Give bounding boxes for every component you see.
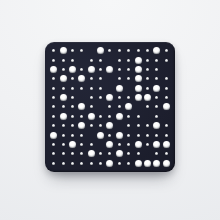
small-dot-icon	[137, 152, 140, 155]
small-dot-icon	[118, 49, 121, 52]
large-dot-icon	[135, 141, 142, 148]
large-dot-icon	[78, 122, 85, 129]
grid-cell-r4c4	[87, 84, 96, 93]
small-dot-icon	[80, 49, 83, 52]
small-dot-icon	[127, 68, 130, 71]
grid-cell-r8c1	[58, 121, 67, 130]
grid-cell-r12c8	[124, 159, 133, 168]
grid-cell-r2c0	[49, 65, 58, 74]
small-dot-icon	[71, 162, 74, 165]
grid-cell-r4c3	[77, 84, 86, 93]
small-dot-icon	[137, 49, 140, 52]
grid-cell-r9c3	[77, 130, 86, 139]
small-dot-icon	[127, 115, 130, 118]
grid-cell-r6c12	[162, 102, 171, 111]
large-dot-icon	[116, 113, 123, 120]
grid-cell-r12c4	[87, 159, 96, 168]
grid-cell-r2c6	[105, 65, 114, 74]
small-dot-icon	[146, 134, 149, 137]
grid-cell-r3c10	[143, 74, 152, 83]
grid-cell-r11c7	[115, 149, 124, 158]
grid-cell-r9c8	[124, 130, 133, 139]
grid-cell-r10c4	[87, 140, 96, 149]
grid-cell-r3c4	[87, 74, 96, 83]
grid-cell-r4c10	[143, 84, 152, 93]
grid-cell-r1c3	[77, 55, 86, 64]
grid-cell-r11c12	[162, 149, 171, 158]
small-dot-icon	[137, 115, 140, 118]
large-dot-icon	[88, 66, 95, 73]
small-dot-icon	[137, 124, 140, 127]
small-dot-icon	[165, 59, 168, 62]
grid-cell-r2c2	[68, 65, 77, 74]
large-dot-icon	[135, 85, 142, 92]
grid-cell-r4c8	[124, 84, 133, 93]
small-dot-icon	[52, 115, 55, 118]
large-dot-icon	[153, 47, 160, 54]
grid-cell-r0c9	[133, 46, 142, 55]
grid-cell-r7c9	[133, 112, 142, 121]
grid-cell-r10c10	[143, 140, 152, 149]
small-dot-icon	[127, 49, 130, 52]
grid-cell-r6c8	[124, 102, 133, 111]
small-dot-icon	[52, 124, 55, 127]
grid-cell-r0c11	[152, 46, 161, 55]
grid-cell-r12c6	[105, 159, 114, 168]
grid-cell-r2c10	[143, 65, 152, 74]
grid-cell-r5c5	[96, 93, 105, 102]
small-dot-icon	[52, 162, 55, 165]
grid-cell-r4c11	[152, 84, 161, 93]
small-dot-icon	[80, 68, 83, 71]
grid-cell-r2c12	[162, 65, 171, 74]
grid-cell-r1c7	[115, 55, 124, 64]
small-dot-icon	[146, 143, 149, 146]
small-dot-icon	[155, 152, 158, 155]
grid-cell-r9c0	[49, 130, 58, 139]
grid-cell-r4c9	[133, 84, 142, 93]
grid-cell-r12c11	[152, 159, 161, 168]
grid-cell-r2c7	[115, 65, 124, 74]
grid-cell-r10c9	[133, 140, 142, 149]
grid-cell-r1c9	[133, 55, 142, 64]
large-dot-icon	[88, 150, 95, 157]
grid-cell-r11c10	[143, 149, 152, 158]
grid-cell-r9c1	[58, 130, 67, 139]
small-dot-icon	[118, 162, 121, 165]
small-dot-icon	[80, 143, 83, 146]
grid-cell-r0c12	[162, 46, 171, 55]
large-dot-icon	[116, 85, 123, 92]
grid-cell-r0c0	[49, 46, 58, 55]
small-dot-icon	[90, 59, 93, 62]
small-dot-icon	[108, 134, 111, 137]
large-dot-icon	[69, 141, 76, 148]
grid-cell-r6c2	[68, 102, 77, 111]
grid-cell-r5c0	[49, 93, 58, 102]
grid-cell-r8c0	[49, 121, 58, 130]
grid-cell-r7c4	[87, 112, 96, 121]
small-dot-icon	[165, 96, 168, 99]
grid-cell-r11c0	[49, 149, 58, 158]
grid-cell-r6c6	[105, 102, 114, 111]
grid-cell-r5c7	[115, 93, 124, 102]
grid-cell-r2c11	[152, 65, 161, 74]
grid-cell-r1c0	[49, 55, 58, 64]
grid-cell-r11c5	[96, 149, 105, 158]
large-dot-icon	[135, 75, 142, 82]
grid-cell-r9c4	[87, 130, 96, 139]
small-dot-icon	[71, 152, 74, 155]
small-dot-icon	[108, 105, 111, 108]
small-dot-icon	[127, 152, 130, 155]
small-dot-icon	[62, 105, 65, 108]
grid-cell-r8c8	[124, 121, 133, 130]
grid-cell-r3c3	[77, 74, 86, 83]
small-dot-icon	[62, 124, 65, 127]
grid-cell-r12c9	[133, 159, 142, 168]
grid-cell-r1c6	[105, 55, 114, 64]
small-dot-icon	[165, 87, 168, 90]
small-dot-icon	[62, 134, 65, 137]
small-dot-icon	[155, 105, 158, 108]
small-dot-icon	[62, 59, 65, 62]
grid-cell-r9c11	[152, 130, 161, 139]
large-dot-icon	[153, 122, 160, 129]
grid-cell-r2c1	[58, 65, 67, 74]
small-dot-icon	[99, 162, 102, 165]
grid-cell-r3c7	[115, 74, 124, 83]
large-dot-icon	[153, 141, 160, 148]
grid-cell-r5c11	[152, 93, 161, 102]
small-dot-icon	[52, 77, 55, 80]
grid-cell-r3c5	[96, 74, 105, 83]
grid-cell-r11c6	[105, 149, 114, 158]
grid-cell-r0c3	[77, 46, 86, 55]
grid-cell-r7c7	[115, 112, 124, 121]
small-dot-icon	[71, 134, 74, 137]
grid-cell-r0c5	[96, 46, 105, 55]
grid-cell-r0c2	[68, 46, 77, 55]
grid-cell-r10c12	[162, 140, 171, 149]
grid-cell-r5c1	[58, 93, 67, 102]
small-dot-icon	[146, 49, 149, 52]
small-dot-icon	[90, 105, 93, 108]
grid-cell-r10c3	[77, 140, 86, 149]
small-dot-icon	[52, 143, 55, 146]
grid-cell-r12c3	[77, 159, 86, 168]
large-dot-icon	[135, 66, 142, 73]
grid-cell-r11c4	[87, 149, 96, 158]
grid-cell-r10c7	[115, 140, 124, 149]
small-dot-icon	[62, 143, 65, 146]
large-dot-icon	[50, 132, 57, 139]
grid-cell-r2c9	[133, 65, 142, 74]
grid-cell-r3c1	[58, 74, 67, 83]
grid-cell-r7c11	[152, 112, 161, 121]
dot-board	[45, 42, 175, 172]
grid-cell-r12c0	[49, 159, 58, 168]
grid-cell-r5c6	[105, 93, 114, 102]
grid-cell-r4c0	[49, 84, 58, 93]
grid-cell-r1c8	[124, 55, 133, 64]
small-dot-icon	[99, 124, 102, 127]
small-dot-icon	[99, 115, 102, 118]
small-dot-icon	[62, 68, 65, 71]
small-dot-icon	[80, 162, 83, 165]
grid-cell-r7c5	[96, 112, 105, 121]
large-dot-icon	[144, 94, 151, 101]
small-dot-icon	[108, 49, 111, 52]
grid-cell-r9c2	[68, 130, 77, 139]
grid-cell-r9c10	[143, 130, 152, 139]
small-dot-icon	[118, 143, 121, 146]
large-dot-icon	[153, 85, 160, 92]
large-dot-icon	[78, 75, 85, 82]
grid-cell-r7c10	[143, 112, 152, 121]
grid-cell-r6c0	[49, 102, 58, 111]
grid-cell-r2c8	[124, 65, 133, 74]
small-dot-icon	[90, 162, 93, 165]
large-dot-icon	[106, 66, 113, 73]
large-dot-icon	[125, 103, 132, 110]
grid-cell-r11c1	[58, 149, 67, 158]
small-dot-icon	[90, 124, 93, 127]
small-dot-icon	[90, 87, 93, 90]
grid-cell-r12c7	[115, 159, 124, 168]
large-dot-icon	[135, 57, 142, 64]
grid-cell-r5c10	[143, 93, 152, 102]
small-dot-icon	[52, 152, 55, 155]
small-dot-icon	[155, 96, 158, 99]
grid-cell-r0c4	[87, 46, 96, 55]
grid-cell-r8c11	[152, 121, 161, 130]
small-dot-icon	[62, 87, 65, 90]
large-dot-icon	[116, 132, 123, 139]
large-dot-icon	[116, 150, 123, 157]
grid-cell-r6c3	[77, 102, 86, 111]
small-dot-icon	[52, 59, 55, 62]
small-dot-icon	[155, 134, 158, 137]
large-dot-icon	[106, 122, 113, 129]
small-dot-icon	[71, 49, 74, 52]
grid-cell-r6c10	[143, 102, 152, 111]
grid-cell-r5c3	[77, 93, 86, 102]
grid-cell-r9c6	[105, 130, 114, 139]
large-dot-icon	[69, 66, 76, 73]
small-dot-icon	[99, 87, 102, 90]
large-dot-icon	[97, 47, 104, 54]
small-dot-icon	[155, 115, 158, 118]
grid-cell-r1c10	[143, 55, 152, 64]
large-dot-icon	[106, 141, 113, 148]
small-dot-icon	[118, 59, 121, 62]
small-dot-icon	[71, 59, 74, 62]
large-dot-icon	[97, 132, 104, 139]
grid-cell-r9c5	[96, 130, 105, 139]
grid-cell-r12c1	[58, 159, 67, 168]
grid-cell-r12c2	[68, 159, 77, 168]
grid-cell-r11c9	[133, 149, 142, 158]
large-dot-icon	[78, 103, 85, 110]
grid-cell-r3c2	[68, 74, 77, 83]
small-dot-icon	[80, 134, 83, 137]
small-dot-icon	[52, 87, 55, 90]
small-dot-icon	[127, 96, 130, 99]
small-dot-icon	[127, 77, 130, 80]
large-dot-icon	[60, 113, 67, 120]
grid-cell-r8c4	[87, 121, 96, 130]
grid-cell-r10c11	[152, 140, 161, 149]
small-dot-icon	[118, 105, 121, 108]
grid-cell-r6c5	[96, 102, 105, 111]
small-dot-icon	[90, 96, 93, 99]
large-dot-icon	[144, 160, 151, 167]
grid-cell-r6c11	[152, 102, 161, 111]
grid-cell-r10c1	[58, 140, 67, 149]
large-dot-icon	[106, 94, 113, 101]
small-dot-icon	[71, 87, 74, 90]
small-dot-icon	[165, 49, 168, 52]
grid-cell-r0c10	[143, 46, 152, 55]
large-dot-icon	[135, 94, 142, 101]
small-dot-icon	[165, 124, 168, 127]
grid-cell-r8c12	[162, 121, 171, 130]
small-dot-icon	[80, 87, 83, 90]
small-dot-icon	[118, 77, 121, 80]
grid-cell-r6c1	[58, 102, 67, 111]
large-dot-icon	[88, 113, 95, 120]
grid-cell-r1c1	[58, 55, 67, 64]
large-dot-icon	[153, 160, 160, 167]
small-dot-icon	[146, 105, 149, 108]
small-dot-icon	[118, 68, 121, 71]
grid-cell-r7c6	[105, 112, 114, 121]
small-dot-icon	[71, 105, 74, 108]
grid-cell-r1c11	[152, 55, 161, 64]
grid-cell-r0c6	[105, 46, 114, 55]
grid-cell-r8c10	[143, 121, 152, 130]
small-dot-icon	[99, 152, 102, 155]
small-dot-icon	[165, 152, 168, 155]
grid-cell-r3c0	[49, 74, 58, 83]
grid-cell-r1c4	[87, 55, 96, 64]
small-dot-icon	[146, 77, 149, 80]
grid-cell-r5c8	[124, 93, 133, 102]
small-dot-icon	[90, 77, 93, 80]
grid-cell-r8c6	[105, 121, 114, 130]
grid-cell-r5c2	[68, 93, 77, 102]
grid-cell-r4c5	[96, 84, 105, 93]
grid-cell-r1c5	[96, 55, 105, 64]
grid-cell-r1c12	[162, 55, 171, 64]
grid-cell-r4c12	[162, 84, 171, 93]
small-dot-icon	[127, 134, 130, 137]
small-dot-icon	[108, 115, 111, 118]
grid-cell-r3c9	[133, 74, 142, 83]
small-dot-icon	[155, 59, 158, 62]
grid-cell-r11c8	[124, 149, 133, 158]
grid-cell-r7c8	[124, 112, 133, 121]
large-dot-icon	[60, 47, 67, 54]
grid-cell-r11c3	[77, 149, 86, 158]
grid-cell-r10c2	[68, 140, 77, 149]
grid-cell-r9c9	[133, 130, 142, 139]
large-dot-icon	[50, 66, 57, 73]
grid-cell-r0c7	[115, 46, 124, 55]
grid-cell-r10c8	[124, 140, 133, 149]
grid-cell-r4c2	[68, 84, 77, 93]
grid-cell-r11c11	[152, 149, 161, 158]
small-dot-icon	[62, 152, 65, 155]
small-dot-icon	[127, 59, 130, 62]
grid-cell-r4c7	[115, 84, 124, 93]
grid-cell-r3c6	[105, 74, 114, 83]
small-dot-icon	[80, 115, 83, 118]
small-dot-icon	[146, 87, 149, 90]
grid-cell-r5c9	[133, 93, 142, 102]
large-dot-icon	[106, 160, 113, 167]
grid-cell-r12c10	[143, 159, 152, 168]
grid-cell-r6c4	[87, 102, 96, 111]
small-dot-icon	[52, 96, 55, 99]
small-dot-icon	[71, 115, 74, 118]
small-dot-icon	[146, 59, 149, 62]
small-dot-icon	[99, 68, 102, 71]
large-dot-icon	[163, 160, 170, 167]
dot-grid	[49, 46, 171, 168]
grid-cell-r3c8	[124, 74, 133, 83]
photo-backdrop	[0, 0, 220, 220]
small-dot-icon	[52, 105, 55, 108]
grid-cell-r0c8	[124, 46, 133, 55]
grid-cell-r1c2	[68, 55, 77, 64]
grid-cell-r11c2	[68, 149, 77, 158]
small-dot-icon	[71, 96, 74, 99]
small-dot-icon	[127, 143, 130, 146]
grid-cell-r9c7	[115, 130, 124, 139]
grid-cell-r7c3	[77, 112, 86, 121]
grid-cell-r7c12	[162, 112, 171, 121]
grid-cell-r6c9	[133, 102, 142, 111]
grid-cell-r2c5	[96, 65, 105, 74]
large-dot-icon	[60, 75, 67, 82]
grid-cell-r6c7	[115, 102, 124, 111]
small-dot-icon	[71, 124, 74, 127]
small-dot-icon	[62, 162, 65, 165]
grid-cell-r10c6	[105, 140, 114, 149]
grid-cell-r2c3	[77, 65, 86, 74]
small-dot-icon	[99, 77, 102, 80]
grid-cell-r8c5	[96, 121, 105, 130]
large-dot-icon	[163, 141, 170, 148]
small-dot-icon	[146, 124, 149, 127]
large-dot-icon	[135, 160, 142, 167]
grid-cell-r3c12	[162, 74, 171, 83]
small-dot-icon	[118, 96, 121, 99]
small-dot-icon	[165, 134, 168, 137]
grid-cell-r8c7	[115, 121, 124, 130]
grid-cell-r4c1	[58, 84, 67, 93]
small-dot-icon	[52, 49, 55, 52]
grid-cell-r9c12	[162, 130, 171, 139]
grid-cell-r8c2	[68, 121, 77, 130]
grid-cell-r12c12	[162, 159, 171, 168]
small-dot-icon	[146, 68, 149, 71]
grid-cell-r0c1	[58, 46, 67, 55]
small-dot-icon	[155, 77, 158, 80]
grid-cell-r2c4	[87, 65, 96, 74]
